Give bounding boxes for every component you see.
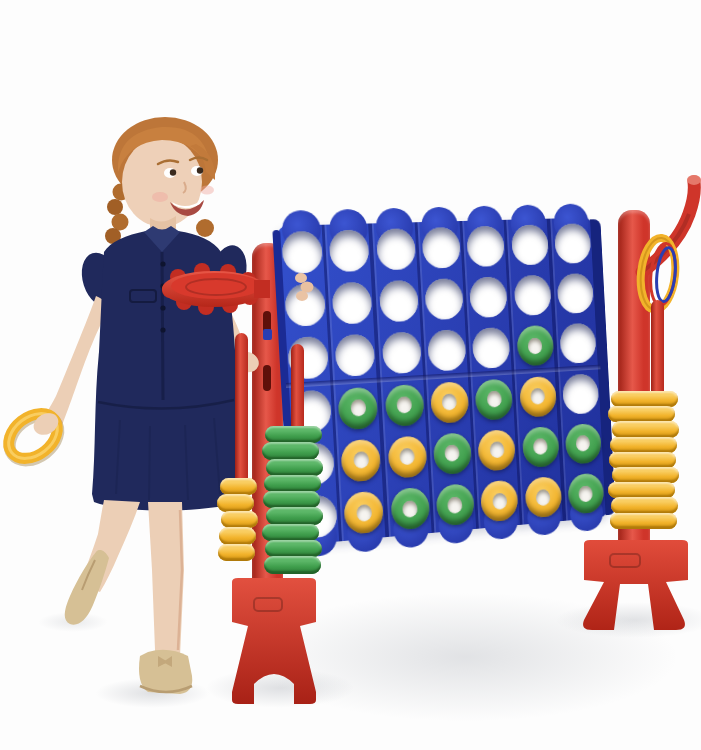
cell-r2c5	[465, 271, 512, 324]
green-disc	[390, 487, 430, 531]
green-stacked-disc	[264, 475, 321, 492]
product-photo-stage: Giant Connect 4-in-a-row playset photo: …	[0, 0, 701, 750]
empty-hole	[376, 228, 416, 270]
yellow-stacked-disc	[610, 437, 677, 453]
cell-r3c4	[423, 324, 471, 378]
cell-r5c6	[517, 420, 563, 474]
cell-r2c3	[374, 274, 423, 328]
green-stacked-disc	[266, 507, 323, 524]
cell-r5c7	[561, 417, 606, 470]
cell-r2c6	[509, 269, 555, 322]
yellow-disc	[477, 429, 516, 472]
green-disc	[521, 426, 559, 468]
disc-tray	[158, 262, 270, 318]
empty-hole	[472, 327, 511, 369]
yellow-stacked-disc	[221, 511, 258, 528]
empty-hole	[466, 225, 505, 267]
empty-hole	[332, 282, 373, 325]
cell-r6c3	[386, 481, 434, 537]
cell-r4c5	[471, 372, 518, 426]
disc-pole-left-front	[235, 333, 248, 493]
cell-r3c3	[377, 326, 426, 380]
cell-r4c6	[515, 370, 561, 423]
cell-r6c5	[476, 474, 523, 529]
green-stacked-disc	[265, 426, 322, 443]
cell-r1c6	[507, 219, 553, 271]
cell-r6c7	[563, 467, 608, 521]
empty-hole	[381, 332, 421, 375]
right-yellow-disc-stack	[610, 392, 677, 529]
yellow-stacked-disc	[611, 497, 678, 513]
cell-r2c4	[420, 272, 468, 326]
green-stacked-disc	[264, 556, 321, 573]
cell-r1c5	[462, 220, 509, 273]
green-disc-stack	[264, 427, 321, 574]
cell-r5c5	[473, 423, 520, 477]
cell-r3c6	[512, 320, 558, 373]
yellow-stacked-disc	[611, 391, 678, 407]
green-disc	[475, 378, 514, 421]
yellow-stacked-disc	[217, 494, 254, 511]
cell-r1c7	[550, 217, 595, 269]
cell-r6c2	[339, 485, 388, 541]
cell-r3c2	[331, 328, 381, 383]
yellow-stacked-disc	[608, 482, 675, 498]
green-stacked-disc	[262, 442, 319, 459]
empty-hole	[335, 334, 376, 377]
yellow-stacked-disc	[610, 513, 677, 529]
girl-fingertips	[292, 270, 318, 304]
green-disc	[436, 483, 475, 527]
yellow-disc	[344, 491, 385, 536]
cell-r5c3	[383, 429, 431, 484]
cell-r1c4	[417, 221, 465, 274]
cell-r5c4	[429, 426, 477, 481]
empty-hole	[424, 278, 464, 320]
cell-r4c4	[426, 375, 474, 429]
empty-hole	[510, 224, 548, 265]
cell-r3c7	[555, 317, 600, 369]
yellow-disc	[524, 476, 562, 519]
yellow-disc	[519, 375, 557, 417]
green-stacked-disc	[262, 524, 319, 541]
disc-pole-right	[651, 300, 664, 400]
green-stacked-disc	[266, 459, 323, 476]
yellow-stacked-disc	[609, 452, 676, 468]
green-disc	[567, 473, 604, 515]
cell-r3c5	[468, 322, 515, 375]
yellow-stacked-disc	[218, 544, 255, 561]
girl-shoe	[139, 650, 192, 694]
cell-r6c4	[431, 477, 479, 532]
yellow-stacked-disc	[612, 421, 679, 437]
empty-hole	[329, 229, 370, 272]
cell-r5c2	[336, 433, 385, 489]
empty-hole	[281, 230, 323, 273]
cell-r4c3	[380, 378, 429, 433]
empty-hole	[421, 227, 461, 269]
empty-hole	[559, 323, 596, 364]
empty-hole	[469, 276, 508, 318]
yellow-stacked-disc	[608, 406, 675, 422]
yellow-stacked-disc	[219, 527, 256, 544]
cell-r1c2	[325, 223, 375, 277]
green-disc	[564, 423, 601, 465]
connect-four-board	[277, 217, 608, 545]
green-disc	[433, 432, 472, 475]
green-disc	[516, 325, 554, 367]
yellow-disc	[387, 435, 427, 479]
yellow-disc	[480, 480, 519, 523]
frame-leg-right	[570, 540, 701, 634]
yellow-stacked-disc	[612, 467, 679, 483]
green-disc	[384, 383, 424, 426]
empty-hole	[554, 223, 592, 264]
green-disc	[338, 386, 379, 430]
empty-hole	[378, 280, 418, 323]
held-yellow-disc	[0, 404, 67, 469]
yellow-disc	[430, 381, 470, 424]
empty-hole	[562, 373, 599, 415]
cell-r1c3	[371, 222, 420, 276]
cell-r6c6	[520, 470, 566, 524]
empty-hole	[513, 275, 551, 316]
empty-hole	[556, 273, 593, 314]
yellow-disc	[341, 438, 382, 482]
left-yellow-disc-stack	[219, 479, 256, 561]
cell-r4c7	[558, 367, 603, 420]
cell-r4c2	[333, 380, 382, 435]
yellow-stacked-disc	[220, 478, 257, 495]
green-stacked-disc	[265, 540, 322, 557]
cell-r2c7	[553, 267, 598, 319]
cell-r2c2	[328, 276, 378, 331]
green-stacked-disc	[263, 491, 320, 508]
empty-hole	[427, 329, 467, 372]
